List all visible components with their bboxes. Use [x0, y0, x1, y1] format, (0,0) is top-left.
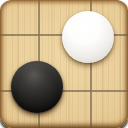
black-stone: [11, 61, 63, 113]
go-game-app-icon[interactable]: [0, 0, 128, 128]
go-board: [0, 0, 128, 128]
white-stone: [62, 11, 114, 63]
